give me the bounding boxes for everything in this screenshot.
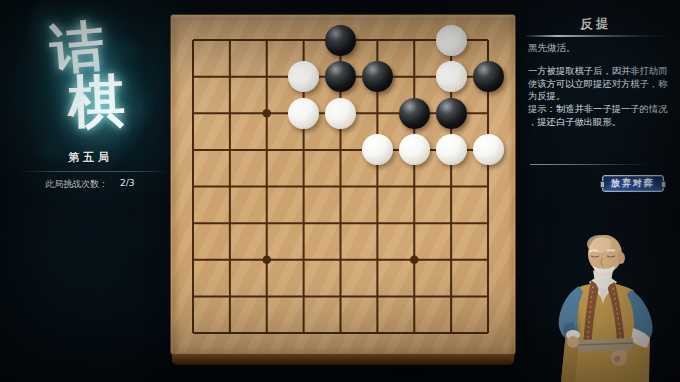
attempts-value: 2/3 xyxy=(120,178,134,191)
white-stone xyxy=(325,98,356,129)
white-stone xyxy=(436,134,467,165)
npc-character xyxy=(545,228,680,382)
white-stone xyxy=(473,134,504,165)
puzzle-text-line: 提示：制造并非一子提一子的情况 xyxy=(528,103,667,116)
black-stone xyxy=(362,61,393,92)
white-stone xyxy=(362,134,393,165)
white-stone xyxy=(436,25,467,56)
bottom-divider xyxy=(530,164,652,165)
puzzle-text-line: 为反提。 xyxy=(528,90,667,103)
title-divider xyxy=(526,35,668,37)
black-stone xyxy=(325,25,356,56)
puzzle-text-line: 一方被提取棋子后，因并非打劫而 xyxy=(528,65,667,78)
old-man-illustration xyxy=(545,228,680,382)
puzzle-text-line: 使该方可以立即提还对方棋子，称 xyxy=(528,78,667,91)
black-stone xyxy=(436,98,467,129)
puzzle-title: 反提 xyxy=(524,16,668,33)
round-label: 第五局 xyxy=(0,150,181,165)
puzzle-mode-title-char-2: 棋 xyxy=(67,63,127,142)
white-stone xyxy=(288,61,319,92)
puzzle-text-line: ，提还白子做出眼形。 xyxy=(528,116,667,129)
black-stone xyxy=(473,61,504,92)
give-up-button[interactable]: 放弃对弈 xyxy=(602,175,664,192)
stones-layer xyxy=(193,40,488,333)
left-divider xyxy=(18,171,168,172)
white-stone xyxy=(288,98,319,129)
go-board-edge xyxy=(172,354,514,365)
go-board[interactable] xyxy=(170,14,516,365)
puzzle-objective: 黑先做活。 xyxy=(528,42,576,55)
attempts-label: 此局挑战次数： xyxy=(45,178,108,191)
white-stone xyxy=(399,134,430,165)
black-stone xyxy=(325,61,356,92)
white-stone xyxy=(436,61,467,92)
black-stone xyxy=(399,98,430,129)
puzzle-description: 一方被提取棋子后，因并非打劫而使该方可以立即提还对方棋子，称为反提。提示：制造并… xyxy=(528,65,667,129)
attempts-counter: 此局挑战次数： 2/3 xyxy=(45,178,175,191)
